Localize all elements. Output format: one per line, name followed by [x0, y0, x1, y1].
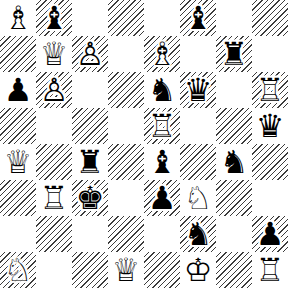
square-c4[interactable]: ♜ [72, 144, 108, 180]
square-f2[interactable]: ♞ [180, 216, 216, 252]
piece-white-rook: ♖ [256, 72, 285, 108]
piece-black-pawn: ♟ [256, 216, 285, 252]
square-c5[interactable] [72, 108, 108, 144]
piece-black-bishop: ♝ [40, 0, 69, 36]
piece-white-rook: ♖ [148, 108, 177, 144]
square-h1[interactable]: ♖ [252, 252, 288, 288]
piece-black-knight: ♞ [184, 216, 213, 252]
square-c2[interactable] [72, 216, 108, 252]
square-a2[interactable] [0, 216, 36, 252]
square-b8[interactable]: ♝ [36, 0, 72, 36]
square-h7[interactable] [252, 36, 288, 72]
piece-white-knight: ♘ [4, 252, 33, 288]
square-c3[interactable]: ♚ [72, 180, 108, 216]
piece-white-queen: ♕ [40, 36, 69, 72]
square-h5[interactable]: ♛ [252, 108, 288, 144]
piece-black-knight: ♞ [220, 144, 249, 180]
chess-board: ♗♝♝♕♙♗♜♟♙♞♛♖♖♛♕♜♝♞♖♚♟♘♞♟♘♕♔♖ [0, 0, 288, 288]
square-e8[interactable] [144, 0, 180, 36]
square-b5[interactable] [36, 108, 72, 144]
square-d8[interactable] [108, 0, 144, 36]
square-a6[interactable]: ♟ [0, 72, 36, 108]
piece-white-bishop: ♗ [4, 0, 33, 36]
square-b3[interactable]: ♖ [36, 180, 72, 216]
square-d7[interactable] [108, 36, 144, 72]
piece-black-king: ♚ [76, 180, 105, 216]
square-a5[interactable] [0, 108, 36, 144]
square-g3[interactable] [216, 180, 252, 216]
piece-black-queen: ♛ [256, 108, 285, 144]
piece-black-rook: ♜ [76, 144, 105, 180]
square-h3[interactable] [252, 180, 288, 216]
square-c8[interactable] [72, 0, 108, 36]
piece-black-queen: ♛ [184, 72, 213, 108]
square-e6[interactable]: ♞ [144, 72, 180, 108]
square-b2[interactable] [36, 216, 72, 252]
square-g5[interactable] [216, 108, 252, 144]
piece-white-rook: ♖ [40, 180, 69, 216]
square-f7[interactable] [180, 36, 216, 72]
square-d3[interactable] [108, 180, 144, 216]
square-e2[interactable] [144, 216, 180, 252]
square-b4[interactable] [36, 144, 72, 180]
piece-white-knight: ♘ [184, 180, 213, 216]
piece-white-queen: ♕ [112, 252, 141, 288]
square-e5[interactable]: ♖ [144, 108, 180, 144]
square-d5[interactable] [108, 108, 144, 144]
square-f5[interactable] [180, 108, 216, 144]
square-e7[interactable]: ♗ [144, 36, 180, 72]
piece-black-knight: ♞ [148, 72, 177, 108]
square-e4[interactable]: ♝ [144, 144, 180, 180]
piece-white-pawn: ♙ [76, 36, 105, 72]
square-d4[interactable] [108, 144, 144, 180]
square-g7[interactable]: ♜ [216, 36, 252, 72]
square-g1[interactable] [216, 252, 252, 288]
square-e1[interactable] [144, 252, 180, 288]
square-a3[interactable] [0, 180, 36, 216]
square-f6[interactable]: ♛ [180, 72, 216, 108]
piece-black-bishop: ♝ [148, 144, 177, 180]
piece-white-king: ♔ [184, 252, 213, 288]
square-f8[interactable]: ♝ [180, 0, 216, 36]
square-b7[interactable]: ♕ [36, 36, 72, 72]
square-f4[interactable] [180, 144, 216, 180]
square-h4[interactable] [252, 144, 288, 180]
square-d2[interactable] [108, 216, 144, 252]
square-f1[interactable]: ♔ [180, 252, 216, 288]
piece-black-pawn: ♟ [4, 72, 33, 108]
square-c6[interactable] [72, 72, 108, 108]
square-c1[interactable] [72, 252, 108, 288]
square-b6[interactable]: ♙ [36, 72, 72, 108]
square-b1[interactable] [36, 252, 72, 288]
square-g8[interactable] [216, 0, 252, 36]
piece-black-pawn: ♟ [148, 180, 177, 216]
piece-black-rook: ♜ [220, 36, 249, 72]
square-a4[interactable]: ♕ [0, 144, 36, 180]
square-d6[interactable] [108, 72, 144, 108]
square-d1[interactable]: ♕ [108, 252, 144, 288]
piece-white-rook: ♖ [256, 252, 285, 288]
square-g6[interactable] [216, 72, 252, 108]
square-f3[interactable]: ♘ [180, 180, 216, 216]
square-a7[interactable] [0, 36, 36, 72]
piece-white-pawn: ♙ [40, 72, 69, 108]
square-g2[interactable] [216, 216, 252, 252]
piece-white-bishop: ♗ [148, 36, 177, 72]
square-h8[interactable] [252, 0, 288, 36]
square-a8[interactable]: ♗ [0, 0, 36, 36]
square-c7[interactable]: ♙ [72, 36, 108, 72]
square-g4[interactable]: ♞ [216, 144, 252, 180]
square-h2[interactable]: ♟ [252, 216, 288, 252]
square-e3[interactable]: ♟ [144, 180, 180, 216]
square-a1[interactable]: ♘ [0, 252, 36, 288]
piece-black-bishop: ♝ [184, 0, 213, 36]
square-h6[interactable]: ♖ [252, 72, 288, 108]
piece-white-queen: ♕ [4, 144, 33, 180]
